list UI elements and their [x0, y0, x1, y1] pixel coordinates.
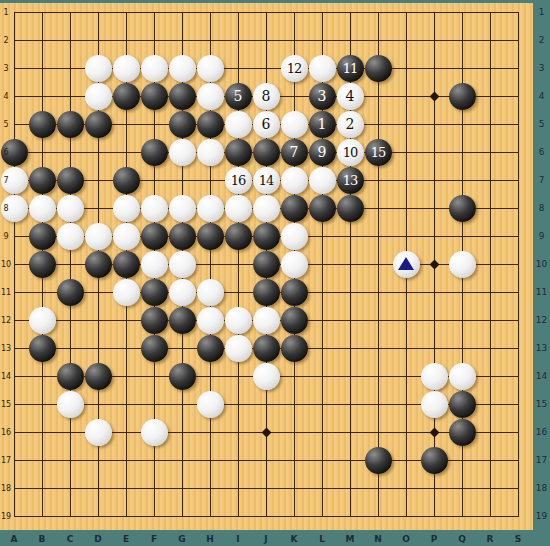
move-number: 13: [343, 174, 358, 187]
stone-white[interactable]: [197, 307, 224, 334]
stone-white[interactable]: [253, 195, 280, 222]
row-label-right: 5: [533, 119, 550, 129]
stone-white[interactable]: [85, 223, 112, 250]
row-label-left: 11: [0, 288, 12, 297]
triangle-marker: [398, 257, 414, 270]
stone-white[interactable]: [225, 195, 252, 222]
column-label: H: [202, 534, 218, 544]
move-number: 12: [287, 62, 302, 75]
stone-white[interactable]: 2: [337, 111, 364, 138]
row-label-left: 10: [0, 260, 12, 269]
stone-white[interactable]: [421, 363, 448, 390]
column-label: G: [174, 534, 190, 544]
stone-white[interactable]: 12: [281, 55, 308, 82]
star-point: [430, 92, 440, 102]
stone-white[interactable]: [141, 55, 168, 82]
stone-white[interactable]: [57, 195, 84, 222]
stone-black[interactable]: [197, 335, 224, 362]
stone-black[interactable]: 1: [309, 111, 336, 138]
row-label-left: 5: [0, 120, 12, 129]
row-label-left: 18: [0, 484, 12, 493]
stone-white[interactable]: [113, 223, 140, 250]
column-label: J: [258, 534, 274, 544]
stone-white[interactable]: [29, 307, 56, 334]
stone-white[interactable]: [169, 55, 196, 82]
move-number: 6: [262, 117, 271, 131]
stone-black[interactable]: 5: [225, 83, 252, 110]
star-point: [430, 260, 440, 270]
row-label-left: 6: [0, 148, 12, 157]
stone-white[interactable]: [29, 195, 56, 222]
column-label: P: [426, 534, 442, 544]
stone-black[interactable]: 13: [337, 167, 364, 194]
stone-black[interactable]: [281, 335, 308, 362]
row-label-left: 16: [0, 428, 12, 437]
row-label-right: 8: [533, 203, 550, 213]
row-label-right: 14: [533, 371, 550, 381]
column-label: M: [342, 534, 358, 544]
column-label: B: [34, 534, 50, 544]
stone-black[interactable]: [57, 279, 84, 306]
stone-white[interactable]: [85, 55, 112, 82]
stone-black[interactable]: [421, 447, 448, 474]
move-number: 5: [234, 89, 243, 103]
stone-black[interactable]: [365, 447, 392, 474]
move-number: 8: [262, 89, 271, 103]
stone-black[interactable]: [113, 251, 140, 278]
stone-white[interactable]: [281, 223, 308, 250]
column-label: Q: [454, 534, 470, 544]
stone-black[interactable]: [309, 195, 336, 222]
stone-black[interactable]: [225, 223, 252, 250]
stone-black[interactable]: [169, 223, 196, 250]
row-label-right: 4: [533, 91, 550, 101]
stone-white[interactable]: [253, 307, 280, 334]
stone-black[interactable]: [337, 195, 364, 222]
stone-black[interactable]: [85, 251, 112, 278]
column-label: R: [482, 534, 498, 544]
stone-white[interactable]: [253, 363, 280, 390]
stone-black[interactable]: [141, 83, 168, 110]
column-label: E: [118, 534, 134, 544]
grid-line-vertical: [14, 12, 15, 517]
row-label-right: 10: [533, 259, 550, 269]
stone-white[interactable]: [57, 223, 84, 250]
stone-white[interactable]: [85, 83, 112, 110]
stone-black[interactable]: [141, 335, 168, 362]
stone-white[interactable]: [309, 55, 336, 82]
stone-black[interactable]: 3: [309, 83, 336, 110]
stone-black[interactable]: [169, 363, 196, 390]
stone-white[interactable]: [169, 139, 196, 166]
column-label: F: [146, 534, 162, 544]
row-label-right: 18: [533, 483, 550, 493]
column-label: I: [230, 534, 246, 544]
stone-white[interactable]: [225, 307, 252, 334]
row-label-right: 15: [533, 399, 550, 409]
stone-white[interactable]: [309, 167, 336, 194]
stone-black[interactable]: [253, 223, 280, 250]
stone-black[interactable]: [85, 363, 112, 390]
move-number: 9: [318, 145, 327, 159]
column-label: A: [6, 534, 22, 544]
stone-white[interactable]: [141, 195, 168, 222]
stone-white[interactable]: [169, 195, 196, 222]
stone-black[interactable]: [365, 55, 392, 82]
row-label-right: 16: [533, 427, 550, 437]
stone-white[interactable]: [197, 195, 224, 222]
stone-black[interactable]: [253, 251, 280, 278]
stone-black[interactable]: [141, 139, 168, 166]
stone-black[interactable]: [57, 167, 84, 194]
move-number: 2: [346, 117, 355, 131]
stone-white[interactable]: [281, 167, 308, 194]
move-number: 10: [343, 146, 358, 159]
row-label-left: 13: [0, 344, 12, 353]
stone-white[interactable]: [197, 279, 224, 306]
stone-black[interactable]: [169, 111, 196, 138]
column-label: N: [370, 534, 386, 544]
row-label-right: 6: [533, 147, 550, 157]
stone-black[interactable]: [29, 223, 56, 250]
column-label: D: [90, 534, 106, 544]
column-label: L: [314, 534, 330, 544]
row-label-left: 2: [0, 36, 12, 45]
stone-black[interactable]: [197, 111, 224, 138]
stone-black[interactable]: [449, 391, 476, 418]
stone-black[interactable]: [449, 195, 476, 222]
move-number: 16: [231, 174, 246, 187]
stone-black[interactable]: [281, 307, 308, 334]
stone-black[interactable]: [253, 139, 280, 166]
row-label-right: 17: [533, 455, 550, 465]
stone-white[interactable]: [197, 83, 224, 110]
stone-black[interactable]: [253, 279, 280, 306]
stone-white[interactable]: [169, 251, 196, 278]
stone-black[interactable]: [225, 139, 252, 166]
stone-black[interactable]: [57, 363, 84, 390]
stone-white[interactable]: [225, 335, 252, 362]
column-label: S: [510, 534, 526, 544]
row-label-right: 2: [533, 35, 550, 45]
move-number: 1: [318, 117, 327, 131]
stone-white[interactable]: [113, 55, 140, 82]
stone-black[interactable]: 7: [281, 139, 308, 166]
stone-white[interactable]: [449, 251, 476, 278]
stone-black[interactable]: [85, 111, 112, 138]
row-label-left: 19: [0, 512, 12, 521]
stone-white[interactable]: [281, 111, 308, 138]
row-label-right: 11: [533, 287, 550, 297]
stone-black[interactable]: [113, 83, 140, 110]
stone-black[interactable]: 15: [365, 139, 392, 166]
move-number: 3: [318, 89, 327, 103]
stone-black[interactable]: [253, 335, 280, 362]
stone-white[interactable]: 16: [225, 167, 252, 194]
stone-black[interactable]: [169, 307, 196, 334]
stone-black[interactable]: 11: [337, 55, 364, 82]
stone-white[interactable]: [197, 55, 224, 82]
stone-black[interactable]: [141, 223, 168, 250]
stone-white[interactable]: [449, 363, 476, 390]
stone-white[interactable]: [141, 251, 168, 278]
stone-white[interactable]: [225, 111, 252, 138]
row-label-left: 17: [0, 456, 12, 465]
move-number: 11: [343, 62, 358, 75]
stone-black[interactable]: [141, 307, 168, 334]
stone-black[interactable]: [281, 279, 308, 306]
stone-white[interactable]: 4: [337, 83, 364, 110]
grid-line-vertical: [378, 12, 379, 517]
row-label-right: 7: [533, 175, 550, 185]
row-label-right: 1: [533, 7, 550, 17]
stone-black[interactable]: [197, 223, 224, 250]
stone-white[interactable]: [393, 251, 420, 278]
stone-black[interactable]: [141, 279, 168, 306]
stone-white[interactable]: 6: [253, 111, 280, 138]
star-point: [262, 428, 272, 438]
row-label-right: 19: [533, 511, 550, 521]
move-number: 14: [259, 174, 274, 187]
stone-black[interactable]: 9: [309, 139, 336, 166]
move-number: 7: [290, 145, 299, 159]
row-label-right: 13: [533, 343, 550, 353]
column-label: K: [286, 534, 302, 544]
grid-line-vertical: [490, 12, 491, 517]
row-label-left: 12: [0, 316, 12, 325]
row-label-left: 3: [0, 64, 12, 73]
move-number: 15: [371, 146, 386, 159]
row-label-left: 14: [0, 372, 12, 381]
stone-white[interactable]: [85, 419, 112, 446]
stone-white[interactable]: [197, 391, 224, 418]
move-number: 4: [346, 89, 355, 103]
stone-black[interactable]: [29, 167, 56, 194]
stone-white[interactable]: [197, 139, 224, 166]
row-label-left: 8: [0, 204, 12, 213]
stone-black[interactable]: [449, 419, 476, 446]
stone-white[interactable]: [141, 419, 168, 446]
column-label: C: [62, 534, 78, 544]
stone-white[interactable]: [169, 279, 196, 306]
stone-white[interactable]: [113, 195, 140, 222]
row-label-left: 9: [0, 232, 12, 241]
column-label: O: [398, 534, 414, 544]
stone-black[interactable]: [449, 83, 476, 110]
stone-white[interactable]: 14: [253, 167, 280, 194]
row-label-right: 12: [533, 315, 550, 325]
row-label-left: 1: [0, 8, 12, 17]
row-label-left: 7: [0, 176, 12, 185]
stone-white[interactable]: 10: [337, 139, 364, 166]
board-edge-strip-top: [0, 0, 550, 3]
row-label-left: 4: [0, 92, 12, 101]
stone-black[interactable]: [29, 111, 56, 138]
stone-black[interactable]: [169, 83, 196, 110]
grid-line-vertical: [518, 12, 519, 517]
stone-black[interactable]: [57, 111, 84, 138]
stone-white[interactable]: [421, 391, 448, 418]
row-label-right: 9: [533, 231, 550, 241]
star-point: [430, 428, 440, 438]
grid-line-vertical: [70, 12, 71, 517]
stone-black[interactable]: [281, 195, 308, 222]
stone-white[interactable]: [281, 251, 308, 278]
go-board-app: 12115834612791015161413ABCDEFGHIJKLMNOPQ…: [0, 0, 550, 546]
stone-white[interactable]: [57, 391, 84, 418]
stone-white[interactable]: [113, 279, 140, 306]
stone-black[interactable]: [113, 167, 140, 194]
row-label-left: 15: [0, 400, 12, 409]
stone-black[interactable]: [29, 251, 56, 278]
row-label-right: 3: [533, 63, 550, 73]
stone-black[interactable]: [29, 335, 56, 362]
stone-white[interactable]: 8: [253, 83, 280, 110]
